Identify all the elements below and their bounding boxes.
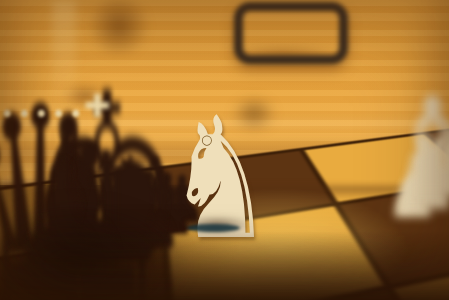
white-knight: ♞ <box>168 95 273 263</box>
black-pawn-1: ♟ <box>6 145 116 299</box>
chess-photo-scene: ♛♚♞♝♞♝♟♟♟♟♟♟♞♝♟♟♟✚•••••○ <box>0 0 449 300</box>
white-knight-eye: ○ <box>201 133 212 146</box>
black-queen-coronet-tips: ••••• <box>0 103 86 127</box>
black-king-cross-tip: ✚ <box>84 90 111 122</box>
white-bishop: ♝ <box>383 80 449 211</box>
pieces-layer: ♛♚♞♝♞♝♟♟♟♟♟♟♞♝♟♟♟✚•••••○ <box>0 0 449 300</box>
white-knight-base-felt <box>187 224 240 232</box>
